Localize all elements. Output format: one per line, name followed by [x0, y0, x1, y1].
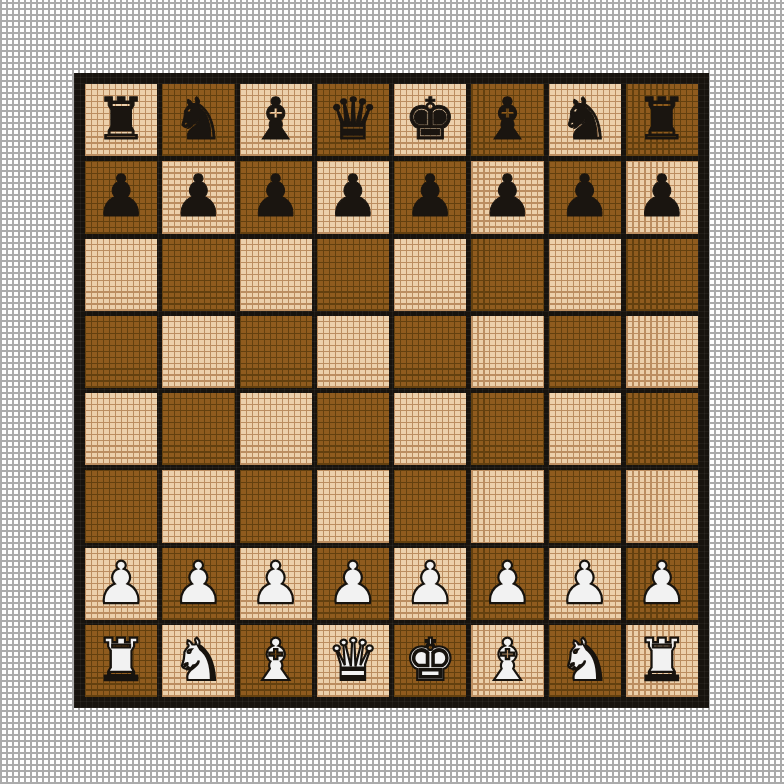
square-f5[interactable] [471, 316, 543, 388]
square-d7[interactable]: ♟ [317, 161, 389, 233]
piece-white-pawn: ♟ [172, 554, 224, 612]
piece-white-knight: ♞ [559, 631, 611, 689]
square-c5[interactable] [240, 316, 312, 388]
square-c1[interactable]: ♝ [240, 625, 312, 697]
piece-white-rook: ♜ [636, 631, 688, 689]
square-a3[interactable] [85, 470, 157, 542]
square-d5[interactable] [317, 316, 389, 388]
square-f8[interactable]: ♝ [471, 84, 543, 156]
square-g4[interactable] [549, 393, 621, 465]
piece-black-rook: ♜ [95, 90, 147, 148]
piece-white-pawn: ♟ [250, 554, 302, 612]
square-a6[interactable] [85, 239, 157, 311]
square-g1[interactable]: ♞ [549, 625, 621, 697]
square-e4[interactable] [394, 393, 466, 465]
piece-white-king: ♚ [404, 631, 456, 689]
piece-white-pawn: ♟ [404, 554, 456, 612]
piece-black-pawn: ♟ [172, 167, 224, 225]
square-f3[interactable] [471, 470, 543, 542]
piece-black-bishop: ♝ [481, 90, 533, 148]
square-g7[interactable]: ♟ [549, 161, 621, 233]
piece-black-bishop: ♝ [250, 90, 302, 148]
square-e3[interactable] [394, 470, 466, 542]
square-d2[interactable]: ♟ [317, 548, 389, 620]
piece-white-bishop: ♝ [250, 631, 302, 689]
square-f2[interactable]: ♟ [471, 548, 543, 620]
square-e6[interactable] [394, 239, 466, 311]
square-e2[interactable]: ♟ [394, 548, 466, 620]
square-f4[interactable] [471, 393, 543, 465]
square-h3[interactable] [626, 470, 698, 542]
piece-black-pawn: ♟ [559, 167, 611, 225]
square-c4[interactable] [240, 393, 312, 465]
square-a4[interactable] [85, 393, 157, 465]
square-b7[interactable]: ♟ [162, 161, 234, 233]
piece-white-pawn: ♟ [481, 554, 533, 612]
square-h8[interactable]: ♜ [626, 84, 698, 156]
piece-white-pawn: ♟ [636, 554, 688, 612]
square-f1[interactable]: ♝ [471, 625, 543, 697]
square-b2[interactable]: ♟ [162, 548, 234, 620]
piece-white-queen: ♛ [327, 631, 379, 689]
cross-stitch-canvas-background: ♜♞♝♛♚♝♞♜♟♟♟♟♟♟♟♟♟♟♟♟♟♟♟♟♜♞♝♛♚♝♞♜ [0, 0, 784, 784]
square-d8[interactable]: ♛ [317, 84, 389, 156]
square-a8[interactable]: ♜ [85, 84, 157, 156]
square-c6[interactable] [240, 239, 312, 311]
square-a2[interactable]: ♟ [85, 548, 157, 620]
square-h4[interactable] [626, 393, 698, 465]
piece-black-pawn: ♟ [404, 167, 456, 225]
piece-white-knight: ♞ [172, 631, 224, 689]
square-a5[interactable] [85, 316, 157, 388]
piece-black-knight: ♞ [559, 90, 611, 148]
square-b3[interactable] [162, 470, 234, 542]
square-d6[interactable] [317, 239, 389, 311]
piece-black-queen: ♛ [327, 90, 379, 148]
square-g2[interactable]: ♟ [549, 548, 621, 620]
square-g8[interactable]: ♞ [549, 84, 621, 156]
piece-white-pawn: ♟ [95, 554, 147, 612]
square-e5[interactable] [394, 316, 466, 388]
piece-white-bishop: ♝ [481, 631, 533, 689]
piece-white-rook: ♜ [95, 631, 147, 689]
square-b4[interactable] [162, 393, 234, 465]
square-h1[interactable]: ♜ [626, 625, 698, 697]
square-c7[interactable]: ♟ [240, 161, 312, 233]
square-h5[interactable] [626, 316, 698, 388]
square-e1[interactable]: ♚ [394, 625, 466, 697]
square-b1[interactable]: ♞ [162, 625, 234, 697]
piece-white-pawn: ♟ [559, 554, 611, 612]
square-d4[interactable] [317, 393, 389, 465]
square-b5[interactable] [162, 316, 234, 388]
piece-black-pawn: ♟ [481, 167, 533, 225]
piece-black-king: ♚ [404, 90, 456, 148]
square-c2[interactable]: ♟ [240, 548, 312, 620]
square-e7[interactable]: ♟ [394, 161, 466, 233]
square-h7[interactable]: ♟ [626, 161, 698, 233]
square-g3[interactable] [549, 470, 621, 542]
piece-black-pawn: ♟ [250, 167, 302, 225]
square-h2[interactable]: ♟ [626, 548, 698, 620]
piece-black-pawn: ♟ [636, 167, 688, 225]
piece-black-rook: ♜ [636, 90, 688, 148]
square-g5[interactable] [549, 316, 621, 388]
square-g6[interactable] [549, 239, 621, 311]
square-a1[interactable]: ♜ [85, 625, 157, 697]
square-b8[interactable]: ♞ [162, 84, 234, 156]
square-b6[interactable] [162, 239, 234, 311]
square-f6[interactable] [471, 239, 543, 311]
square-c3[interactable] [240, 470, 312, 542]
square-d3[interactable] [317, 470, 389, 542]
square-f7[interactable]: ♟ [471, 161, 543, 233]
piece-white-pawn: ♟ [327, 554, 379, 612]
chess-board: ♜♞♝♛♚♝♞♜♟♟♟♟♟♟♟♟♟♟♟♟♟♟♟♟♜♞♝♛♚♝♞♜ [74, 73, 709, 708]
square-e8[interactable]: ♚ [394, 84, 466, 156]
square-a7[interactable]: ♟ [85, 161, 157, 233]
piece-black-knight: ♞ [172, 90, 224, 148]
square-d1[interactable]: ♛ [317, 625, 389, 697]
square-h6[interactable] [626, 239, 698, 311]
piece-black-pawn: ♟ [95, 167, 147, 225]
square-c8[interactable]: ♝ [240, 84, 312, 156]
piece-black-pawn: ♟ [327, 167, 379, 225]
